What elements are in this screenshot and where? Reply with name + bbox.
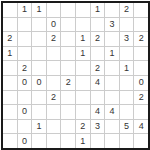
grid-cell-r4c7[interactable]	[91, 47, 105, 61]
grid-cell-r5c7: 2	[91, 61, 105, 75]
grid-cell-r8c2: 0	[18, 105, 32, 119]
grid-cell-r5c6[interactable]	[76, 61, 90, 75]
grid-cell-r9c4[interactable]	[47, 120, 61, 134]
grid-cell-r4c6: 1	[76, 47, 90, 61]
grid-cell-r6c3: 0	[32, 76, 46, 90]
grid-cell-r1c6[interactable]	[76, 3, 90, 17]
grid-cell-r5c5[interactable]	[61, 61, 75, 75]
grid-cell-r7c6[interactable]	[76, 91, 90, 105]
grid-cell-r9c2[interactable]	[18, 120, 32, 134]
grid-cell-r9c9: 5	[120, 120, 134, 134]
grid-cell-r6c1[interactable]	[3, 76, 17, 90]
grid-cell-r4c1: 1	[3, 47, 17, 61]
grid-cell-r3c9: 3	[120, 32, 134, 46]
grid-cell-r8c6[interactable]	[76, 105, 90, 119]
grid-cell-r8c4[interactable]	[47, 105, 61, 119]
grid-cell-r7c10: 2	[134, 91, 148, 105]
grid-cell-r3c3[interactable]	[32, 32, 46, 46]
grid-cell-r4c8: 1	[105, 47, 119, 61]
grid-cell-r2c2[interactable]	[18, 18, 32, 32]
grid-cell-r8c5[interactable]	[61, 105, 75, 119]
grid-cell-r7c1[interactable]	[3, 91, 17, 105]
grid-cell-r2c4: 0	[47, 18, 61, 32]
grid-cell-r1c5[interactable]	[61, 3, 75, 17]
grid-cell-r1c2: 1	[18, 3, 32, 17]
puzzle-board: 11120322123211122100240220441235401	[1, 1, 150, 150]
grid-cell-r4c9[interactable]	[120, 47, 134, 61]
grid-cell-r10c1[interactable]	[3, 134, 17, 148]
grid-cell-r6c5: 2	[61, 76, 75, 90]
grid-cell-r10c10[interactable]	[134, 134, 148, 148]
grid-cell-r8c10[interactable]	[134, 105, 148, 119]
grid-cell-r5c8[interactable]	[105, 61, 119, 75]
grid-cell-r8c8: 4	[105, 105, 119, 119]
grid-cell-r9c1[interactable]	[3, 120, 17, 134]
grid-cell-r2c8: 3	[105, 18, 119, 32]
grid-cell-r7c3[interactable]	[32, 91, 46, 105]
grid-cell-r2c1[interactable]	[3, 18, 17, 32]
grid-cell-r4c4[interactable]	[47, 47, 61, 61]
grid-cell-r2c3[interactable]	[32, 18, 46, 32]
grid-cell-r5c10[interactable]	[134, 61, 148, 75]
grid-cell-r10c2: 0	[18, 134, 32, 148]
grid-cell-r9c7: 3	[91, 120, 105, 134]
grid-cell-r6c8[interactable]	[105, 76, 119, 90]
grid-cell-r7c7[interactable]	[91, 91, 105, 105]
grid-cell-r1c9: 2	[120, 3, 134, 17]
grid-cell-r10c7[interactable]	[91, 134, 105, 148]
grid-cell-r3c5[interactable]	[61, 32, 75, 46]
grid-cell-r7c5[interactable]	[61, 91, 75, 105]
grid-cell-r7c8[interactable]	[105, 91, 119, 105]
grid-cell-r1c8[interactable]	[105, 3, 119, 17]
grid-cell-r2c5[interactable]	[61, 18, 75, 32]
grid-cell-r5c2: 2	[18, 61, 32, 75]
grid-cell-r6c6[interactable]	[76, 76, 90, 90]
grid-cell-r1c3: 1	[32, 3, 46, 17]
grid-cell-r10c3[interactable]	[32, 134, 46, 148]
grid-cell-r5c3[interactable]	[32, 61, 46, 75]
grid-cell-r4c2[interactable]	[18, 47, 32, 61]
grid-cell-r3c6: 1	[76, 32, 90, 46]
grid-cell-r3c2[interactable]	[18, 32, 32, 46]
grid-cell-r3c10: 2	[134, 32, 148, 46]
grid-cell-r4c5[interactable]	[61, 47, 75, 61]
grid-cell-r4c10[interactable]	[134, 47, 148, 61]
grid-cell-r7c9[interactable]	[120, 91, 134, 105]
grid-cell-r8c1[interactable]	[3, 105, 17, 119]
grid-cell-r10c4[interactable]	[47, 134, 61, 148]
grid-cell-r5c9: 1	[120, 61, 134, 75]
grid-cell-r3c7: 2	[91, 32, 105, 46]
grid-cell-r1c10[interactable]	[134, 3, 148, 17]
grid-cell-r10c8[interactable]	[105, 134, 119, 148]
grid-cell-r2c10[interactable]	[134, 18, 148, 32]
grid-cell-r6c2: 0	[18, 76, 32, 90]
grid-cell-r6c4[interactable]	[47, 76, 61, 90]
grid-cell-r9c6: 2	[76, 120, 90, 134]
grid-cell-r5c4[interactable]	[47, 61, 61, 75]
grid-cell-r7c4: 2	[47, 91, 61, 105]
grid-cell-r8c3[interactable]	[32, 105, 46, 119]
grid-cell-r3c4: 2	[47, 32, 61, 46]
grid-cell-r6c7: 4	[91, 76, 105, 90]
grid-cell-r9c10: 4	[134, 120, 148, 134]
grid-cell-r8c9[interactable]	[120, 105, 134, 119]
grid-cell-r4c3[interactable]	[32, 47, 46, 61]
grid-cell-r5c1[interactable]	[3, 61, 17, 75]
grid-cell-r3c8[interactable]	[105, 32, 119, 46]
grid-cell-r10c5[interactable]	[61, 134, 75, 148]
grid-cell-r9c8[interactable]	[105, 120, 119, 134]
grid-cell-r10c6: 1	[76, 134, 90, 148]
grid-cell-r7c2[interactable]	[18, 91, 32, 105]
grid-cell-r2c9[interactable]	[120, 18, 134, 32]
grid-cell-r1c1[interactable]	[3, 3, 17, 17]
grid-cell-r6c9[interactable]	[120, 76, 134, 90]
grid-cell-r2c6[interactable]	[76, 18, 90, 32]
grid-cell-r3c1: 2	[3, 32, 17, 46]
grid-cell-r6c10: 0	[134, 76, 148, 90]
grid-cell-r1c7: 1	[91, 3, 105, 17]
grid-cell-r9c3: 1	[32, 120, 46, 134]
grid-cell-r1c4[interactable]	[47, 3, 61, 17]
grid-cell-r8c7: 4	[91, 105, 105, 119]
grid-cell-r2c7[interactable]	[91, 18, 105, 32]
grid-cell-r9c5[interactable]	[61, 120, 75, 134]
grid-cell-r10c9[interactable]	[120, 134, 134, 148]
